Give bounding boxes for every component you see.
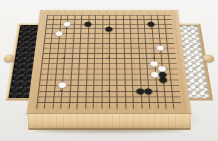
- board-cell[interactable]: [113, 105, 121, 111]
- board-cell[interactable]: [177, 105, 186, 111]
- board-cell[interactable]: [80, 105, 88, 111]
- board-cell[interactable]: [105, 105, 113, 111]
- go-set-photo: ●●●●●●●●●●●●●●: [0, 0, 218, 141]
- board-cell[interactable]: [129, 105, 137, 111]
- go-board[interactable]: ●●●●●●●●●●●●●●: [27, 10, 192, 115]
- board-cell[interactable]: [89, 105, 97, 111]
- board-cell[interactable]: [121, 105, 129, 111]
- stones-grid[interactable]: ●●●●●●●●●●●●●●: [32, 13, 186, 112]
- goban-top-plane: ●●●●●●●●●●●●●●: [1, 10, 216, 115]
- right-drawer-knob[interactable]: [202, 55, 214, 63]
- board-cell[interactable]: [97, 105, 105, 111]
- box-base-shadow: [34, 128, 184, 132]
